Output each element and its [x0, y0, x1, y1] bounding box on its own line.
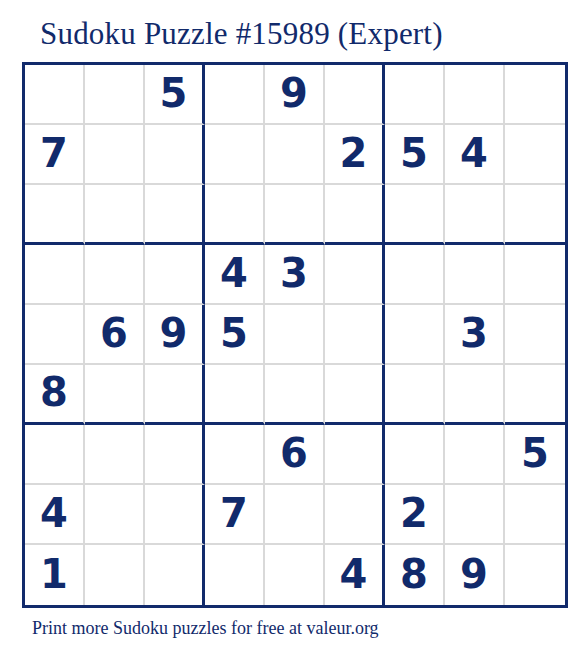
sudoku-cell-r5c7 — [385, 305, 445, 365]
sudoku-cell-r5c6 — [325, 305, 385, 365]
sudoku-cell-r7c3 — [145, 425, 205, 485]
sudoku-cell-r2c2 — [85, 125, 145, 185]
sudoku-cell-r4c4: 4 — [205, 245, 265, 305]
sudoku-cell-r4c7 — [385, 245, 445, 305]
sudoku-cell-r6c7 — [385, 365, 445, 425]
sudoku-cell-r8c2 — [85, 485, 145, 545]
sudoku-cell-r3c1 — [25, 185, 85, 245]
sudoku-cell-r8c3 — [145, 485, 205, 545]
sudoku-cell-r5c1 — [25, 305, 85, 365]
sudoku-cell-r6c1: 8 — [25, 365, 85, 425]
sudoku-cell-r1c5: 9 — [265, 65, 325, 125]
sudoku-cell-r2c3 — [145, 125, 205, 185]
sudoku-cell-r5c9 — [505, 305, 565, 365]
sudoku-page: Sudoku Puzzle #15989 (Expert) 5972544369… — [0, 0, 580, 651]
sudoku-cell-r4c5: 3 — [265, 245, 325, 305]
sudoku-cell-r7c1 — [25, 425, 85, 485]
sudoku-cell-r7c7 — [385, 425, 445, 485]
sudoku-board: 5972544369538654721489 — [22, 62, 568, 608]
sudoku-cell-r2c4 — [205, 125, 265, 185]
sudoku-cell-r6c6 — [325, 365, 385, 425]
sudoku-cell-r6c8 — [445, 365, 505, 425]
footer-text: Print more Sudoku puzzles for free at va… — [32, 618, 379, 639]
sudoku-cell-r9c3 — [145, 545, 205, 605]
sudoku-cell-r9c6: 4 — [325, 545, 385, 605]
sudoku-cell-r7c5: 6 — [265, 425, 325, 485]
sudoku-cell-r6c9 — [505, 365, 565, 425]
sudoku-cell-r4c8 — [445, 245, 505, 305]
sudoku-cell-r9c1: 1 — [25, 545, 85, 605]
sudoku-cell-r8c1: 4 — [25, 485, 85, 545]
sudoku-cell-r1c6 — [325, 65, 385, 125]
sudoku-cell-r7c4 — [205, 425, 265, 485]
sudoku-cell-r8c8 — [445, 485, 505, 545]
sudoku-cell-r4c3 — [145, 245, 205, 305]
sudoku-cell-r5c5 — [265, 305, 325, 365]
sudoku-cell-r5c8: 3 — [445, 305, 505, 365]
sudoku-cell-r1c7 — [385, 65, 445, 125]
sudoku-cell-r3c4 — [205, 185, 265, 245]
sudoku-cell-r1c9 — [505, 65, 565, 125]
sudoku-cell-r1c3: 5 — [145, 65, 205, 125]
sudoku-cell-r1c4 — [205, 65, 265, 125]
sudoku-cell-r3c8 — [445, 185, 505, 245]
sudoku-cell-r4c6 — [325, 245, 385, 305]
sudoku-cell-r3c3 — [145, 185, 205, 245]
sudoku-cell-r3c2 — [85, 185, 145, 245]
sudoku-cell-r8c9 — [505, 485, 565, 545]
sudoku-cell-r2c6: 2 — [325, 125, 385, 185]
sudoku-cell-r2c9 — [505, 125, 565, 185]
sudoku-cell-r8c7: 2 — [385, 485, 445, 545]
sudoku-cell-r1c8 — [445, 65, 505, 125]
sudoku-cell-r9c5 — [265, 545, 325, 605]
sudoku-cell-r6c4 — [205, 365, 265, 425]
sudoku-cell-r8c5 — [265, 485, 325, 545]
sudoku-cell-r6c3 — [145, 365, 205, 425]
sudoku-cell-r1c2 — [85, 65, 145, 125]
sudoku-cell-r4c9 — [505, 245, 565, 305]
sudoku-cell-r9c7: 8 — [385, 545, 445, 605]
sudoku-cell-r3c5 — [265, 185, 325, 245]
sudoku-cell-r4c1 — [25, 245, 85, 305]
sudoku-cell-r2c7: 5 — [385, 125, 445, 185]
sudoku-cell-r5c3: 9 — [145, 305, 205, 365]
sudoku-cell-r2c5 — [265, 125, 325, 185]
sudoku-cell-r3c9 — [505, 185, 565, 245]
sudoku-cell-r4c2 — [85, 245, 145, 305]
sudoku-cell-r7c6 — [325, 425, 385, 485]
sudoku-cell-r6c5 — [265, 365, 325, 425]
sudoku-cell-r9c2 — [85, 545, 145, 605]
sudoku-cell-r5c2: 6 — [85, 305, 145, 365]
page-title: Sudoku Puzzle #15989 (Expert) — [40, 16, 443, 52]
sudoku-cell-r1c1 — [25, 65, 85, 125]
sudoku-cell-r6c2 — [85, 365, 145, 425]
sudoku-cell-r7c2 — [85, 425, 145, 485]
sudoku-cell-r8c4: 7 — [205, 485, 265, 545]
sudoku-cell-r9c4 — [205, 545, 265, 605]
sudoku-cell-r3c6 — [325, 185, 385, 245]
sudoku-cell-r8c6 — [325, 485, 385, 545]
sudoku-cell-r9c9 — [505, 545, 565, 605]
sudoku-cell-r2c1: 7 — [25, 125, 85, 185]
sudoku-cell-r9c8: 9 — [445, 545, 505, 605]
sudoku-cell-r5c4: 5 — [205, 305, 265, 365]
sudoku-cell-r2c8: 4 — [445, 125, 505, 185]
sudoku-cell-r3c7 — [385, 185, 445, 245]
sudoku-cell-r7c8 — [445, 425, 505, 485]
sudoku-cell-r7c9: 5 — [505, 425, 565, 485]
